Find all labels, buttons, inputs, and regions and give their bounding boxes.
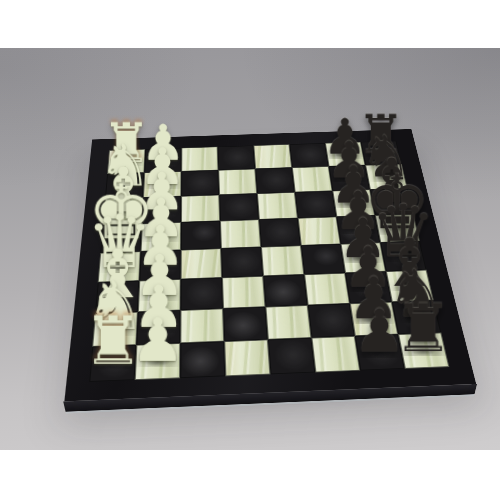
square-f4 [219,194,259,221]
square-f5 [257,192,298,219]
square-c5 [263,275,308,307]
square-a1: ♜ [89,345,136,382]
square-g4 [218,169,257,195]
square-g5 [255,168,295,194]
square-a7: ♟ [355,334,405,370]
square-d5 [261,246,304,277]
board-grid: ♜♟♟♜♞♟♟♞♝♟♟♝♚♟♟♚♛♟♟♛♝♟♟♝♞♟♟♞♜♟♟♜ [89,141,449,382]
chess-board: ♜♟♟♜♞♟♟♞♝♟♟♝♚♟♟♚♛♟♟♛♝♟♟♝♞♟♟♞♜♟♟♜ [64,129,476,401]
square-b5 [265,305,311,339]
square-d4 [221,247,263,278]
square-h5 [253,144,292,169]
square-c4 [222,276,265,308]
square-e5 [259,218,301,247]
square-h4 [218,145,256,170]
square-a5 [268,338,316,375]
chess-set-photo: ♜♟♟♜♞♟♟♞♝♟♟♝♚♟♟♚♛♟♟♛♝♟♟♝♞♟♟♞♜♟♟♜ [0,48,500,450]
square-b4 [223,307,268,341]
square-a4 [224,340,270,377]
square-e4 [220,220,261,249]
